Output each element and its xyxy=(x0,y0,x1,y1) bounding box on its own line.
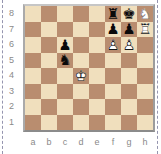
square-h7: ♜♖ xyxy=(137,22,153,38)
square-e4 xyxy=(89,68,105,84)
square-d3 xyxy=(73,84,89,100)
square-b5 xyxy=(41,53,57,69)
square-c4 xyxy=(57,68,73,84)
square-c8 xyxy=(57,6,73,22)
square-b8 xyxy=(41,6,57,22)
white-pawn: ♙ xyxy=(105,37,121,53)
file-label-d: d xyxy=(73,136,89,148)
square-f2 xyxy=(105,99,121,115)
square-f3 xyxy=(105,84,121,100)
square-e5 xyxy=(89,53,105,69)
white-pawn: ♙ xyxy=(121,37,137,53)
page-dashed-border-left xyxy=(2,0,3,154)
square-h2 xyxy=(137,99,153,115)
square-e1 xyxy=(89,115,105,131)
square-c7 xyxy=(57,22,73,38)
black-knight: ♞ xyxy=(57,53,73,69)
rank-label-8: 8 xyxy=(4,6,19,22)
square-h3 xyxy=(137,84,153,100)
square-h5 xyxy=(137,53,153,69)
square-b1 xyxy=(41,115,57,131)
rank-label-2: 2 xyxy=(4,99,19,115)
square-f5 xyxy=(105,53,121,69)
square-e8 xyxy=(89,6,105,22)
square-g1 xyxy=(121,115,137,131)
square-h8: ♞♘ xyxy=(137,6,153,22)
square-g5 xyxy=(121,53,137,69)
square-b7 xyxy=(41,22,57,38)
square-a5 xyxy=(25,53,41,69)
white-pawn-fill: ♟ xyxy=(121,37,137,53)
square-a8 xyxy=(25,6,41,22)
square-g3 xyxy=(121,84,137,100)
square-a7 xyxy=(25,22,41,38)
file-label-b: b xyxy=(41,136,57,148)
square-d4: ♚♔ xyxy=(73,68,89,84)
square-e7 xyxy=(89,22,105,38)
square-b3 xyxy=(41,84,57,100)
white-knight-fill: ♞ xyxy=(137,6,153,22)
rank-label-6: 6 xyxy=(4,37,19,53)
rank-label-5: 5 xyxy=(4,53,19,69)
square-b2 xyxy=(41,99,57,115)
file-label-e: e xyxy=(89,136,105,148)
black-rook: ♜ xyxy=(105,6,121,22)
file-label-g: g xyxy=(121,136,137,148)
square-d1 xyxy=(73,115,89,131)
square-a3 xyxy=(25,84,41,100)
square-d6 xyxy=(73,37,89,53)
white-king: ♔ xyxy=(73,68,89,84)
square-g7: ♟ xyxy=(121,22,137,38)
square-h4 xyxy=(137,68,153,84)
square-g2 xyxy=(121,99,137,115)
square-b4 xyxy=(41,68,57,84)
rank-label-7: 7 xyxy=(4,22,19,38)
square-f8: ♜ xyxy=(105,6,121,22)
white-king-fill: ♚ xyxy=(73,68,89,84)
square-c5: ♞ xyxy=(57,53,73,69)
page-dashed-border-right xyxy=(157,0,158,154)
black-king: ♚ xyxy=(121,6,137,22)
black-pawn: ♟ xyxy=(121,22,137,38)
square-g4 xyxy=(121,68,137,84)
square-a4 xyxy=(25,68,41,84)
board-frame: ♜♚♞♘♟♟♜♖♟♟♙♟♙♞♚♔ xyxy=(23,4,155,132)
square-d5 xyxy=(73,53,89,69)
square-c3 xyxy=(57,84,73,100)
square-f1 xyxy=(105,115,121,131)
black-pawn: ♟ xyxy=(105,22,121,38)
square-c2 xyxy=(57,99,73,115)
square-h1 xyxy=(137,115,153,131)
rank-label-3: 3 xyxy=(4,84,19,100)
square-d8 xyxy=(73,6,89,22)
square-f4 xyxy=(105,68,121,84)
square-g8: ♚ xyxy=(121,6,137,22)
square-h6 xyxy=(137,37,153,53)
file-label-f: f xyxy=(105,136,121,148)
chess-board: ♜♚♞♘♟♟♜♖♟♟♙♟♙♞♚♔ xyxy=(25,6,153,130)
rank-label-1: 1 xyxy=(4,115,19,131)
square-a2 xyxy=(25,99,41,115)
file-label-a: a xyxy=(25,136,41,148)
square-f6: ♟♙ xyxy=(105,37,121,53)
file-label-h: h xyxy=(137,136,153,148)
black-pawn: ♟ xyxy=(57,37,73,53)
white-rook: ♖ xyxy=(137,22,153,38)
white-pawn-fill: ♟ xyxy=(105,37,121,53)
square-e2 xyxy=(89,99,105,115)
white-knight: ♘ xyxy=(137,6,153,22)
square-b6 xyxy=(41,37,57,53)
square-e6 xyxy=(89,37,105,53)
white-rook-fill: ♜ xyxy=(137,22,153,38)
file-label-c: c xyxy=(57,136,73,148)
file-labels: abcdefgh xyxy=(25,136,153,148)
square-c1 xyxy=(57,115,73,131)
square-c6: ♟ xyxy=(57,37,73,53)
square-a1 xyxy=(25,115,41,131)
square-e3 xyxy=(89,84,105,100)
square-a6 xyxy=(25,37,41,53)
rank-labels: 87654321 xyxy=(4,6,19,130)
square-f7: ♟ xyxy=(105,22,121,38)
square-d7 xyxy=(73,22,89,38)
square-d2 xyxy=(73,99,89,115)
square-g6: ♟♙ xyxy=(121,37,137,53)
rank-label-4: 4 xyxy=(4,68,19,84)
